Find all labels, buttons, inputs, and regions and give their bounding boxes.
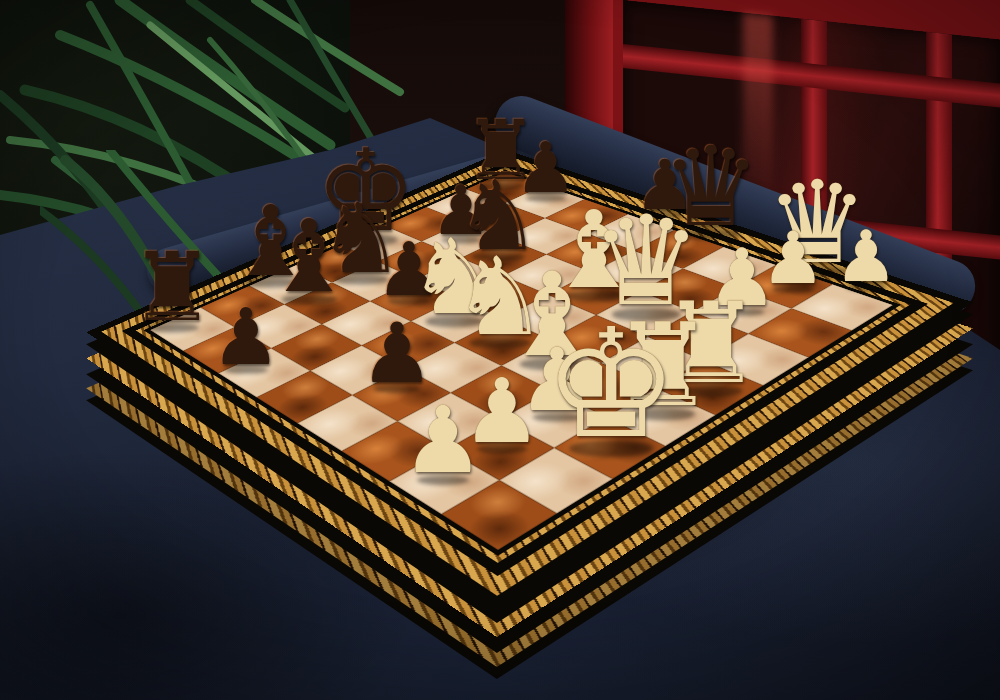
piece-glyph: ♜ (129, 232, 214, 342)
pieces-layer: ♚♛♜♜♝♝♞♞♟♟♟♟♚♜♜♝♝♞♞♟♟♟♟♟♟♛♛♟♟ (0, 0, 1000, 700)
piece-bP-a6[interactable]: ♟ (211, 298, 281, 376)
piece-glyph: ♟ (402, 387, 484, 494)
piece-glyph: ♟ (834, 215, 898, 298)
piece-bR-a8[interactable]: ♜ (129, 240, 214, 335)
piece-wP-a2[interactable]: ♟ (402, 395, 484, 487)
piece-wP-captured-white-pawn-2[interactable]: ♟ (834, 221, 898, 292)
piece-bP-b4[interactable]: ♟ (360, 312, 434, 395)
piece-glyph: ♚ (543, 296, 678, 472)
piece-glyph: ♟ (211, 292, 281, 382)
piece-wK-c1[interactable]: ♚ (543, 309, 678, 460)
photo-scene: ♚♛♜♜♝♝♞♞♟♟♟♟♚♜♜♝♝♞♞♟♟♟♟♟♟♛♛♟♟ (0, 0, 1000, 700)
